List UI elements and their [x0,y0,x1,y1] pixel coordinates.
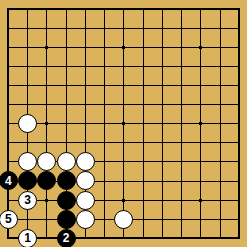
stone-black [57,171,76,190]
stone-white [37,152,56,171]
star-point [122,46,125,49]
stone-white [57,152,76,171]
star-point [199,122,202,125]
stone-black-move-2: 2 [57,229,76,247]
stone-white [114,210,133,229]
stone-white [76,171,95,190]
star-point [199,46,202,49]
stone-white [18,152,37,171]
goban: 42351 [0,0,247,247]
stone-black [57,191,76,210]
stone-black-move-4: 4 [0,171,18,190]
stone-white-move-3: 3 [18,191,37,210]
stone-white [76,152,95,171]
star-point [122,122,125,125]
stone-white-move-1: 1 [18,229,37,247]
stone-white [76,191,95,210]
star-point [45,46,48,49]
star-point [45,122,48,125]
stone-black [18,171,37,190]
stone-white [18,114,37,133]
stone-black [57,210,76,229]
stone-white-move-5: 5 [0,210,18,229]
stone-white [76,210,95,229]
go-board-diagram: 42351 [0,0,247,247]
stone-black [37,171,56,190]
star-point [45,199,48,202]
star-point [122,199,125,202]
star-point [199,199,202,202]
